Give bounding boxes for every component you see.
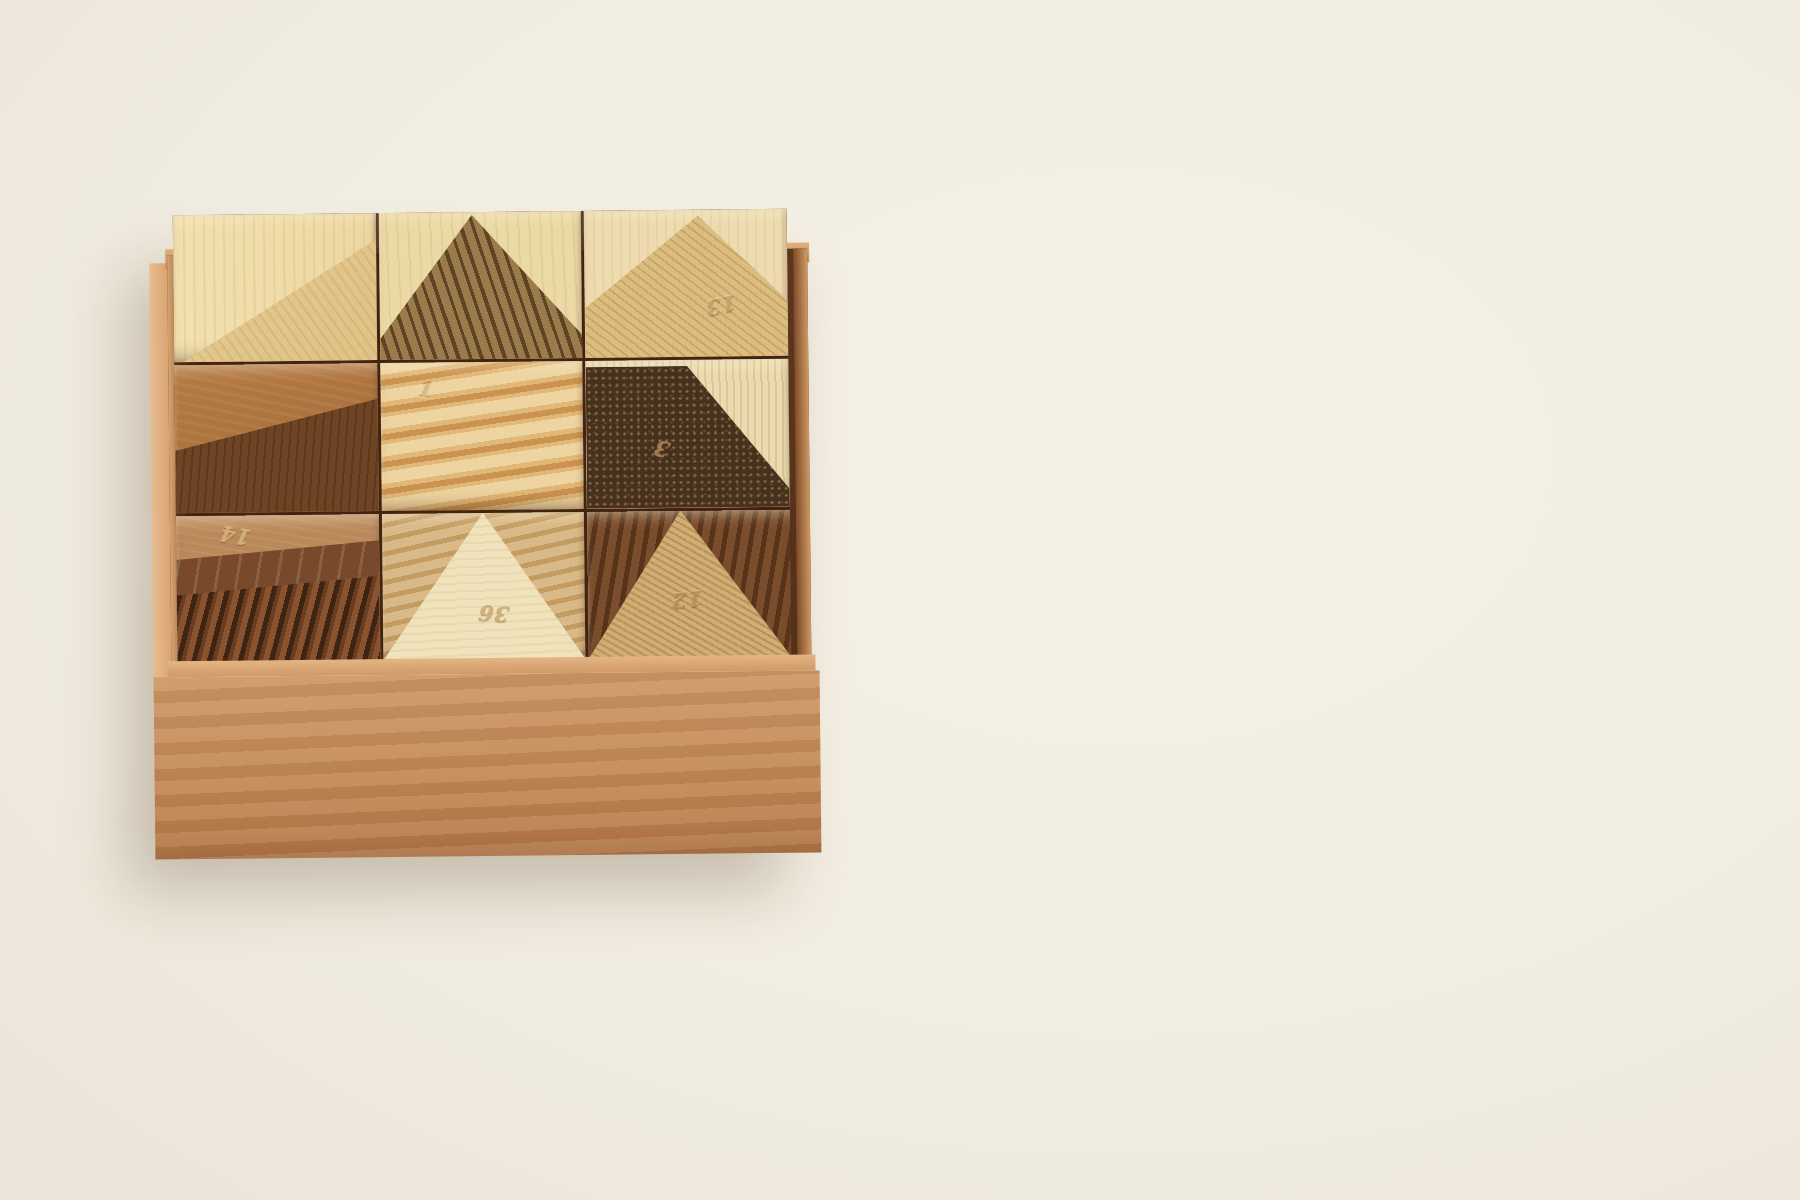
stamp-number: 1 — [415, 377, 434, 404]
photo-background: 13 1 3 14 — [0, 0, 1800, 1200]
stamp-number: 36 — [479, 600, 512, 627]
wood-triangle — [587, 509, 791, 658]
wood-triangle — [378, 211, 582, 360]
wood-triangle — [584, 209, 788, 358]
block-r1c1-ash[interactable] — [173, 213, 377, 362]
stamp-number: 12 — [672, 586, 706, 614]
block-r1c3-sandy-ash[interactable]: 13 — [584, 209, 788, 358]
block-r3c1-rosewood[interactable]: 14 — [176, 514, 380, 663]
block-r2c1-walnut[interactable] — [174, 363, 378, 512]
wood-triangle — [586, 359, 790, 508]
wood-triangle — [174, 363, 378, 512]
block-r3c2-maple[interactable]: 36 — [382, 512, 586, 661]
wooden-tray-box: 13 1 3 14 — [149, 193, 822, 860]
block-r1c2-zebrano[interactable] — [378, 211, 582, 360]
block-r2c3-wenge[interactable]: 3 — [586, 359, 790, 508]
wood-triangle — [382, 512, 586, 661]
box-front-face — [154, 671, 822, 860]
wood-triangle — [173, 213, 377, 362]
stamp-number: 14 — [219, 522, 254, 552]
block-r3c3-oak[interactable]: 12 — [587, 509, 791, 658]
tray-rim-right — [793, 249, 811, 661]
block-r2c2-pine[interactable]: 1 — [380, 361, 584, 510]
puzzle-grid: 13 1 3 14 — [173, 209, 792, 663]
